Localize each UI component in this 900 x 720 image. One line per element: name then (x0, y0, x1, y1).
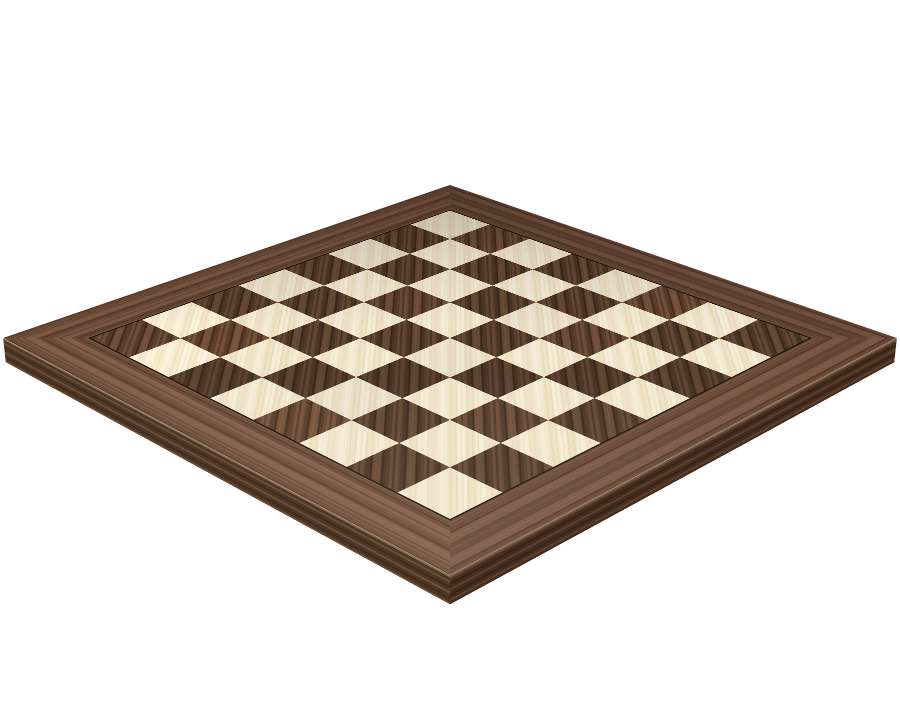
chess-board-grid (88, 210, 812, 521)
square-g4 (498, 377, 594, 420)
square-e2 (306, 377, 402, 420)
square-h5 (594, 377, 690, 420)
square-e1 (253, 398, 351, 443)
square-h3 (500, 420, 601, 467)
square-f3 (402, 377, 498, 420)
square-f1 (299, 420, 400, 467)
board-top-surface (3, 185, 897, 575)
chess-board (3, 185, 897, 575)
square-g6 (588, 338, 680, 377)
square-c2 (221, 338, 313, 377)
square-d1 (210, 377, 306, 420)
square-e3 (356, 357, 450, 398)
square-d3 (312, 338, 404, 377)
square-f5 (496, 338, 588, 377)
square-c1 (168, 357, 262, 398)
square-f2 (352, 398, 450, 443)
square-d2 (262, 357, 356, 398)
square-h7 (679, 338, 771, 377)
square-h1 (397, 467, 503, 519)
square-h6 (638, 357, 732, 398)
square-e4 (404, 338, 496, 377)
square-h2 (450, 443, 553, 492)
square-g2 (400, 420, 501, 467)
product-photo-canvas (0, 0, 900, 720)
square-b1 (129, 338, 221, 377)
square-g5 (544, 357, 638, 398)
square-h4 (548, 398, 646, 443)
square-f4 (450, 357, 544, 398)
square-g1 (347, 443, 450, 492)
square-g3 (450, 398, 548, 443)
